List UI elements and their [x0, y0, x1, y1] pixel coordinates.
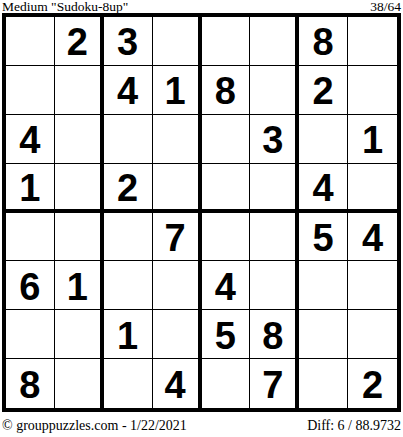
cell-r5c7: 5 — [299, 213, 348, 262]
cell-r3c7[interactable] — [299, 115, 348, 164]
cell-r1c2: 2 — [55, 17, 104, 66]
cell-r8c7[interactable] — [299, 359, 348, 408]
cell-r7c8[interactable] — [348, 310, 397, 359]
puzzle-page: { "game": "sudoku-8up", "variant": "8x8 … — [0, 0, 403, 437]
cell-r1c5[interactable] — [202, 17, 251, 66]
cell-r2c8[interactable] — [348, 66, 397, 115]
cell-r5c2[interactable] — [55, 213, 104, 262]
cell-r6c2: 1 — [55, 261, 104, 310]
cell-r2c1[interactable] — [6, 66, 55, 115]
cell-r3c1: 4 — [6, 115, 55, 164]
cell-r1c4[interactable] — [153, 17, 202, 66]
cell-r3c2[interactable] — [55, 115, 104, 164]
cell-r3c4[interactable] — [153, 115, 202, 164]
cell-r8c8: 2 — [348, 359, 397, 408]
sudoku-board: 23841824311247546141588472 — [2, 13, 401, 412]
cell-r1c1[interactable] — [6, 17, 55, 66]
puzzle-footer: © grouppuzzles.com - 1/22/2021 Diff: 6 /… — [2, 418, 401, 434]
cell-r8c1: 8 — [6, 359, 55, 408]
cell-r7c4[interactable] — [153, 310, 202, 359]
cell-r4c4[interactable] — [153, 164, 202, 213]
cell-r4c5[interactable] — [202, 164, 251, 213]
cell-r2c3: 4 — [104, 66, 153, 115]
cell-r2c7: 2 — [299, 66, 348, 115]
cell-r5c6[interactable] — [250, 213, 299, 262]
cell-r8c3[interactable] — [104, 359, 153, 408]
cell-r1c7: 8 — [299, 17, 348, 66]
puzzle-header: Medium "Sudoku-8up" 38/64 — [2, 0, 401, 13]
cell-r4c3: 2 — [104, 164, 153, 213]
cell-r4c7: 4 — [299, 164, 348, 213]
cell-r8c4: 4 — [153, 359, 202, 408]
copyright-text: © grouppuzzles.com - 1/22/2021 — [2, 418, 187, 434]
cell-r3c8: 1 — [348, 115, 397, 164]
cell-r2c4: 1 — [153, 66, 202, 115]
cell-r5c3[interactable] — [104, 213, 153, 262]
cell-r5c1[interactable] — [6, 213, 55, 262]
cell-r6c8[interactable] — [348, 261, 397, 310]
puzzle-title: Medium "Sudoku-8up" — [2, 0, 128, 13]
cell-r4c8[interactable] — [348, 164, 397, 213]
cell-r7c7[interactable] — [299, 310, 348, 359]
cell-r6c4[interactable] — [153, 261, 202, 310]
cell-r8c5[interactable] — [202, 359, 251, 408]
cell-r4c6[interactable] — [250, 164, 299, 213]
cell-r7c3: 1 — [104, 310, 153, 359]
cell-r2c2[interactable] — [55, 66, 104, 115]
cell-r5c8: 4 — [348, 213, 397, 262]
cell-r1c8[interactable] — [348, 17, 397, 66]
cell-r2c5: 8 — [202, 66, 251, 115]
cell-r7c2[interactable] — [55, 310, 104, 359]
cell-r6c1: 6 — [6, 261, 55, 310]
cell-r6c6[interactable] — [250, 261, 299, 310]
cell-r3c5[interactable] — [202, 115, 251, 164]
cell-r7c5: 5 — [202, 310, 251, 359]
cell-r1c3: 3 — [104, 17, 153, 66]
cell-r6c5: 4 — [202, 261, 251, 310]
cell-r8c6: 7 — [250, 359, 299, 408]
cell-r7c1[interactable] — [6, 310, 55, 359]
cell-r5c5[interactable] — [202, 213, 251, 262]
cell-r3c6: 3 — [250, 115, 299, 164]
cell-r2c6[interactable] — [250, 66, 299, 115]
cell-r1c6[interactable] — [250, 17, 299, 66]
cell-r6c7[interactable] — [299, 261, 348, 310]
cell-r8c2[interactable] — [55, 359, 104, 408]
cell-r7c6: 8 — [250, 310, 299, 359]
cell-r4c2[interactable] — [55, 164, 104, 213]
difficulty-text: Diff: 6 / 88.9732 — [307, 418, 401, 434]
blank-count: 38/64 — [370, 0, 401, 13]
cell-r5c4: 7 — [153, 213, 202, 262]
cell-r3c3[interactable] — [104, 115, 153, 164]
cell-r4c1: 1 — [6, 164, 55, 213]
cell-r6c3[interactable] — [104, 261, 153, 310]
